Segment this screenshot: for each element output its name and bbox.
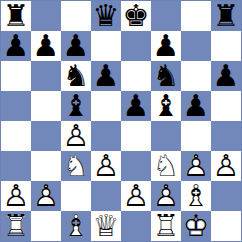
- piece-glyph-fill: ♞︎: [61, 61, 91, 91]
- piece-glyph-fill: ♝︎: [181, 181, 211, 211]
- piece-glyph-outline: ♘︎: [151, 151, 181, 181]
- square-b6[interactable]: [31, 61, 61, 91]
- piece-white-pawn[interactable]: ♟︎♙︎: [61, 121, 91, 151]
- square-g7[interactable]: [181, 31, 211, 61]
- square-d2[interactable]: [91, 181, 121, 211]
- square-c2[interactable]: [61, 181, 91, 211]
- square-d6[interactable]: ♟︎: [91, 61, 121, 91]
- square-e6[interactable]: [121, 61, 151, 91]
- piece-white-pawn[interactable]: ♟︎♙︎: [211, 151, 241, 181]
- piece-glyph-fill: ♞︎: [151, 151, 181, 181]
- square-h2[interactable]: [211, 181, 241, 211]
- piece-glyph-outline: ♖︎: [1, 211, 31, 241]
- square-a3[interactable]: [1, 151, 31, 181]
- piece-black-pawn[interactable]: ♟︎: [181, 91, 211, 121]
- square-c4[interactable]: ♟︎♙︎: [61, 121, 91, 151]
- piece-white-bishop[interactable]: ♝︎♗︎: [61, 211, 91, 241]
- square-g5[interactable]: ♟︎: [181, 91, 211, 121]
- piece-glyph-fill: ♟︎: [1, 31, 31, 61]
- square-h1[interactable]: [211, 211, 241, 241]
- piece-black-king[interactable]: ♚︎: [121, 1, 151, 31]
- piece-glyph-outline: ♔︎: [181, 211, 211, 241]
- piece-glyph-fill: ♜︎: [211, 1, 241, 31]
- piece-glyph-fill: ♟︎: [181, 91, 211, 121]
- square-f8[interactable]: [151, 1, 181, 31]
- piece-white-rook[interactable]: ♜︎♖︎: [151, 211, 181, 241]
- piece-glyph-outline: ♗︎: [61, 211, 91, 241]
- square-g1[interactable]: ♚︎♔︎: [181, 211, 211, 241]
- square-e4[interactable]: [121, 121, 151, 151]
- square-f1[interactable]: ♜︎♖︎: [151, 211, 181, 241]
- square-b1[interactable]: [31, 211, 61, 241]
- square-d1[interactable]: ♛︎♕︎: [91, 211, 121, 241]
- square-g8[interactable]: [181, 1, 211, 31]
- piece-glyph-outline: ♙︎: [31, 181, 61, 211]
- piece-black-pawn[interactable]: ♟︎: [91, 61, 121, 91]
- piece-glyph-fill: ♟︎: [211, 61, 241, 91]
- piece-glyph-outline: ♙︎: [61, 121, 91, 151]
- chess-board: ♜︎♛︎♚︎♜︎♟︎♟︎♟︎♟︎♞︎♟︎♞︎♟︎♝︎♟︎♝︎♟︎♟︎♙︎♞︎♘︎…: [0, 0, 242, 242]
- piece-white-queen[interactable]: ♛︎♕︎: [91, 211, 121, 241]
- piece-glyph-fill: ♟︎: [211, 151, 241, 181]
- piece-black-bishop[interactable]: ♝︎: [151, 91, 181, 121]
- square-h6[interactable]: ♟︎: [211, 61, 241, 91]
- square-h3[interactable]: ♟︎♙︎: [211, 151, 241, 181]
- piece-glyph-fill: ♟︎: [151, 181, 181, 211]
- square-e2[interactable]: ♟︎♙︎: [121, 181, 151, 211]
- piece-black-rook[interactable]: ♜︎: [211, 1, 241, 31]
- piece-glyph-fill: ♟︎: [121, 181, 151, 211]
- piece-glyph-fill: ♟︎: [151, 31, 181, 61]
- square-e8[interactable]: ♚︎: [121, 1, 151, 31]
- piece-glyph-fill: ♝︎: [151, 91, 181, 121]
- square-b2[interactable]: ♟︎♙︎: [31, 181, 61, 211]
- piece-glyph-fill: ♟︎: [61, 121, 91, 151]
- piece-black-pawn[interactable]: ♟︎: [211, 61, 241, 91]
- square-g3[interactable]: ♟︎♙︎: [181, 151, 211, 181]
- square-b5[interactable]: [31, 91, 61, 121]
- piece-glyph-fill: ♜︎: [1, 1, 31, 31]
- piece-glyph-fill: ♟︎: [61, 31, 91, 61]
- piece-glyph-fill: ♟︎: [31, 31, 61, 61]
- piece-glyph-fill: ♞︎: [151, 61, 181, 91]
- square-a6[interactable]: [1, 61, 31, 91]
- piece-glyph-fill: ♞︎: [61, 151, 91, 181]
- piece-glyph-fill: ♜︎: [151, 211, 181, 241]
- square-h4[interactable]: [211, 121, 241, 151]
- piece-glyph-fill: ♟︎: [91, 151, 121, 181]
- square-b4[interactable]: [31, 121, 61, 151]
- square-b8[interactable]: [31, 1, 61, 31]
- square-a4[interactable]: [1, 121, 31, 151]
- piece-glyph-outline: ♖︎: [151, 211, 181, 241]
- piece-white-pawn[interactable]: ♟︎♙︎: [151, 181, 181, 211]
- piece-glyph-fill: ♟︎: [181, 151, 211, 181]
- square-b3[interactable]: [31, 151, 61, 181]
- piece-glyph-outline: ♘︎: [61, 151, 91, 181]
- piece-black-pawn[interactable]: ♟︎: [1, 31, 31, 61]
- piece-white-pawn[interactable]: ♟︎♙︎: [181, 151, 211, 181]
- piece-black-knight[interactable]: ♞︎: [151, 61, 181, 91]
- piece-white-king[interactable]: ♚︎♔︎: [181, 211, 211, 241]
- square-f2[interactable]: ♟︎♙︎: [151, 181, 181, 211]
- piece-glyph-fill: ♟︎: [91, 61, 121, 91]
- piece-glyph-fill: ♟︎: [121, 91, 151, 121]
- piece-glyph-outline: ♙︎: [211, 151, 241, 181]
- piece-glyph-fill: ♜︎: [1, 211, 31, 241]
- square-a5[interactable]: [1, 91, 31, 121]
- piece-glyph-fill: ♚︎: [121, 1, 151, 31]
- piece-black-queen[interactable]: ♛︎: [91, 1, 121, 31]
- square-e5[interactable]: ♟︎: [121, 91, 151, 121]
- piece-black-rook[interactable]: ♜︎: [1, 1, 31, 31]
- square-a8[interactable]: ♜︎: [1, 1, 31, 31]
- piece-white-pawn[interactable]: ♟︎♙︎: [91, 151, 121, 181]
- piece-white-pawn[interactable]: ♟︎♙︎: [31, 181, 61, 211]
- piece-white-bishop[interactable]: ♝︎♗︎: [181, 181, 211, 211]
- piece-glyph-outline: ♕︎: [91, 211, 121, 241]
- piece-glyph-fill: ♝︎: [61, 91, 91, 121]
- piece-black-pawn[interactable]: ♟︎: [61, 31, 91, 61]
- piece-black-bishop[interactable]: ♝︎: [61, 91, 91, 121]
- square-f7[interactable]: ♟︎: [151, 31, 181, 61]
- piece-black-pawn[interactable]: ♟︎: [31, 31, 61, 61]
- square-d5[interactable]: [91, 91, 121, 121]
- piece-black-pawn[interactable]: ♟︎: [151, 31, 181, 61]
- square-g6[interactable]: [181, 61, 211, 91]
- piece-black-pawn[interactable]: ♟︎: [121, 91, 151, 121]
- piece-white-pawn[interactable]: ♟︎♙︎: [1, 181, 31, 211]
- square-a1[interactable]: ♜︎♖︎: [1, 211, 31, 241]
- square-h5[interactable]: [211, 91, 241, 121]
- square-c7[interactable]: ♟︎: [61, 31, 91, 61]
- piece-glyph-outline: ♙︎: [91, 151, 121, 181]
- piece-glyph-fill: ♛︎: [91, 211, 121, 241]
- square-c6[interactable]: ♞︎: [61, 61, 91, 91]
- piece-glyph-outline: ♙︎: [1, 181, 31, 211]
- piece-white-knight[interactable]: ♞︎♘︎: [151, 151, 181, 181]
- square-f4[interactable]: [151, 121, 181, 151]
- piece-glyph-outline: ♙︎: [151, 181, 181, 211]
- piece-glyph-fill: ♛︎: [91, 1, 121, 31]
- square-d3[interactable]: ♟︎♙︎: [91, 151, 121, 181]
- square-c1[interactable]: ♝︎♗︎: [61, 211, 91, 241]
- square-g4[interactable]: [181, 121, 211, 151]
- square-c3[interactable]: ♞︎♘︎: [61, 151, 91, 181]
- square-a2[interactable]: ♟︎♙︎: [1, 181, 31, 211]
- piece-black-knight[interactable]: ♞︎: [61, 61, 91, 91]
- piece-glyph-fill: ♝︎: [61, 211, 91, 241]
- piece-glyph-outline: ♙︎: [121, 181, 151, 211]
- piece-glyph-fill: ♟︎: [1, 181, 31, 211]
- square-d4[interactable]: [91, 121, 121, 151]
- square-e1[interactable]: [121, 211, 151, 241]
- square-f6[interactable]: ♞︎: [151, 61, 181, 91]
- square-f3[interactable]: ♞︎♘︎: [151, 151, 181, 181]
- piece-glyph-fill: ♚︎: [181, 211, 211, 241]
- piece-white-knight[interactable]: ♞︎♘︎: [61, 151, 91, 181]
- piece-white-pawn[interactable]: ♟︎♙︎: [121, 181, 151, 211]
- piece-glyph-fill: ♟︎: [31, 181, 61, 211]
- square-h7[interactable]: [211, 31, 241, 61]
- square-f5[interactable]: ♝︎: [151, 91, 181, 121]
- piece-glyph-outline: ♗︎: [181, 181, 211, 211]
- square-h8[interactable]: ♜︎: [211, 1, 241, 31]
- square-a7[interactable]: ♟︎: [1, 31, 31, 61]
- piece-glyph-outline: ♙︎: [181, 151, 211, 181]
- square-e7[interactable]: [121, 31, 151, 61]
- square-g2[interactable]: ♝︎♗︎: [181, 181, 211, 211]
- square-d8[interactable]: ♛︎: [91, 1, 121, 31]
- square-e3[interactable]: [121, 151, 151, 181]
- square-c8[interactable]: [61, 1, 91, 31]
- square-c5[interactable]: ♝︎: [61, 91, 91, 121]
- square-d7[interactable]: [91, 31, 121, 61]
- square-b7[interactable]: ♟︎: [31, 31, 61, 61]
- piece-white-rook[interactable]: ♜︎♖︎: [1, 211, 31, 241]
